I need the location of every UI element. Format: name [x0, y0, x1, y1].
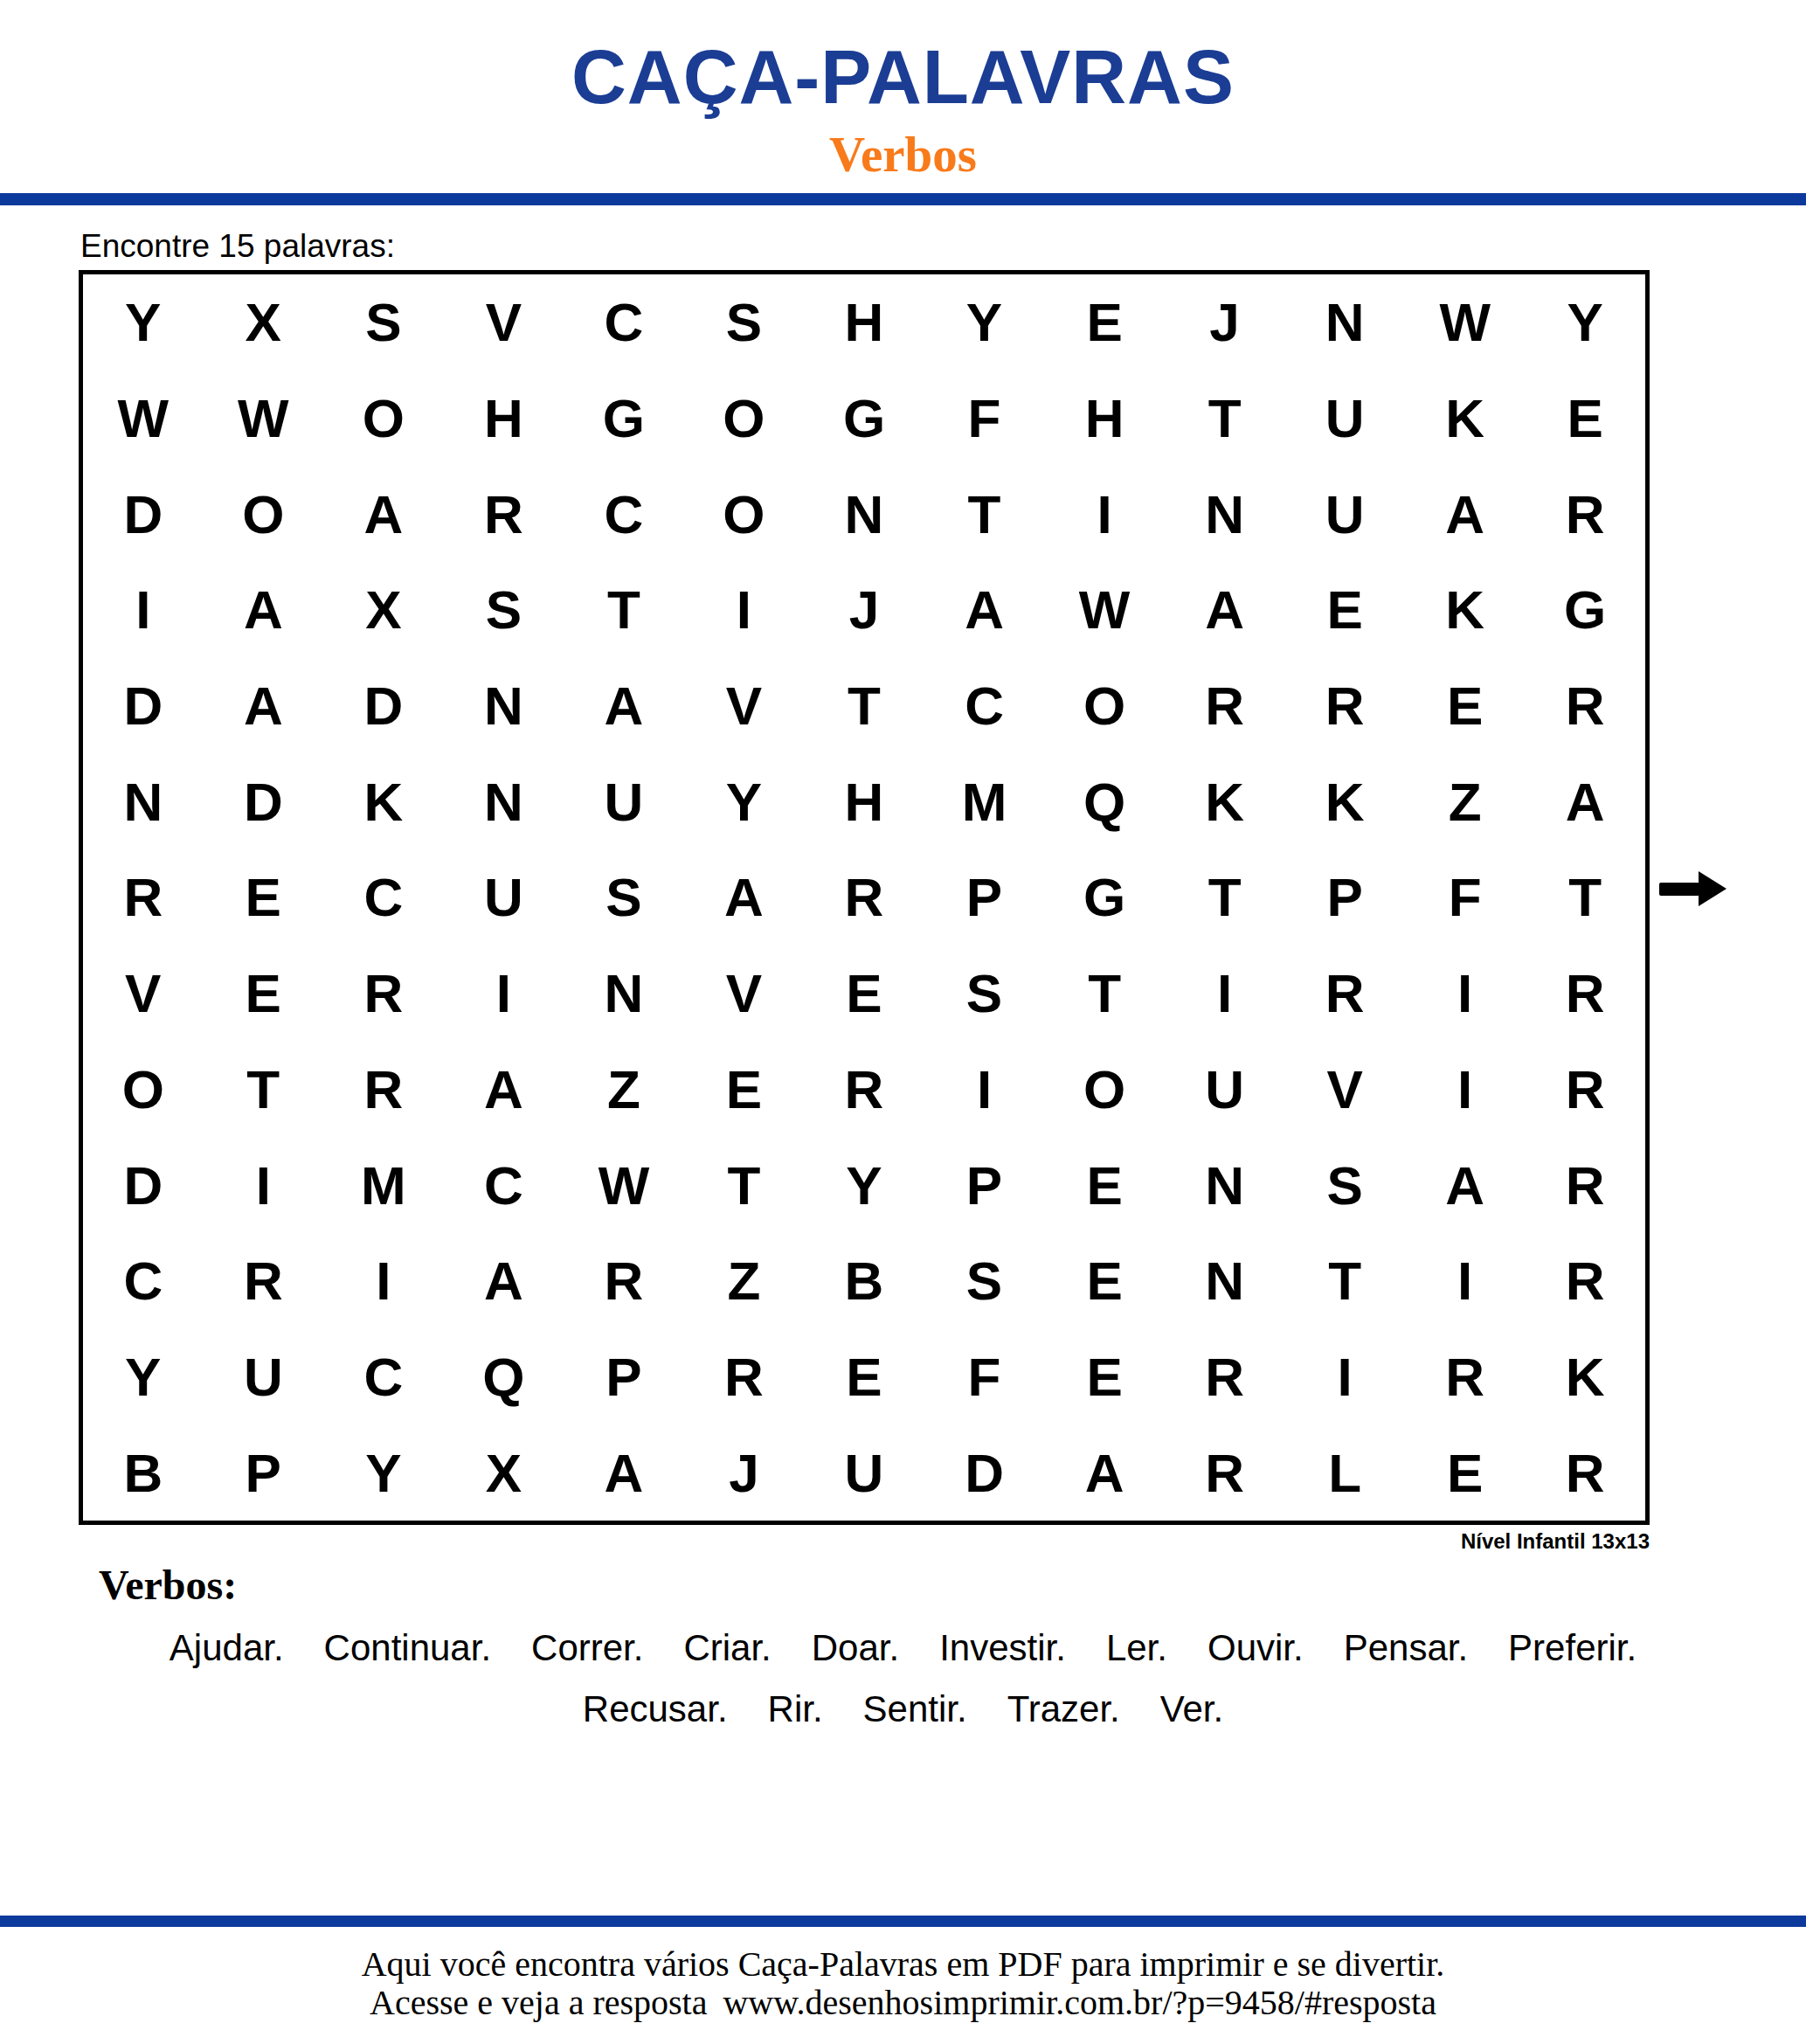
grid-cell-r10c13[interactable]: R — [1525, 1137, 1645, 1233]
grid-cell-r5c10[interactable]: R — [1165, 658, 1285, 754]
grid-cell-r7c12[interactable]: F — [1405, 849, 1526, 946]
grid-cell-r11c10[interactable]: N — [1165, 1233, 1285, 1329]
grid-cell-r1c2[interactable]: X — [204, 274, 324, 371]
grid-cell-r12c6[interactable]: R — [684, 1329, 805, 1425]
grid-cell-r8c7[interactable]: E — [804, 946, 924, 1042]
grid-cell-r6c8[interactable]: M — [924, 753, 1045, 849]
grid-cell-r3c6[interactable]: O — [684, 466, 805, 562]
word-item: Continuar. — [324, 1627, 491, 1669]
grid-cell-r7c1[interactable]: R — [83, 849, 204, 946]
grid-cell-r3c9[interactable]: I — [1044, 466, 1165, 562]
grid-cell-r12c13[interactable]: K — [1525, 1329, 1645, 1425]
grid-cell-r4c12[interactable]: K — [1405, 562, 1526, 658]
grid-cell-r6c2[interactable]: D — [204, 753, 324, 849]
page: CAÇA-PALAVRAS Verbos Encontre 15 palavra… — [0, 0, 1806, 2044]
right-arrow-icon — [1659, 871, 1727, 906]
grid-cell-r12c10[interactable]: R — [1165, 1329, 1285, 1425]
grid-cell-r6c5[interactable]: U — [564, 753, 684, 849]
grid-cell-r2c7[interactable]: G — [804, 371, 924, 467]
page-title: CAÇA-PALAVRAS — [0, 35, 1806, 119]
grid-cell-r9c4[interactable]: A — [444, 1042, 564, 1138]
grid-cell-r8c2[interactable]: E — [204, 946, 324, 1042]
grid-cell-r4c5[interactable]: T — [564, 562, 684, 658]
grid-cell-r9c13[interactable]: R — [1525, 1042, 1645, 1138]
grid-cell-r10c5[interactable]: W — [564, 1137, 684, 1233]
letter-grid: YXSVCSHYEJNWYWWOHGOGFHTUKEDOARCONTINUARI… — [79, 270, 1650, 1525]
grid-cell-r3c2[interactable]: O — [204, 466, 324, 562]
grid-cell-r5c11[interactable]: R — [1284, 658, 1405, 754]
grid-cell-r11c6[interactable]: Z — [684, 1233, 805, 1329]
grid-cell-r4c1[interactable]: I — [83, 562, 204, 658]
grid-cell-r12c12[interactable]: R — [1405, 1329, 1526, 1425]
grid-cell-r10c6[interactable]: T — [684, 1137, 805, 1233]
grid-cell-r8c4[interactable]: I — [444, 946, 564, 1042]
grid-cell-r9c8[interactable]: I — [924, 1042, 1045, 1138]
grid-cell-r8c5[interactable]: N — [564, 946, 684, 1042]
grid-cell-r13c9[interactable]: A — [1044, 1424, 1165, 1521]
footer-acesse-text: Acesse e veja a resposta — [370, 1982, 707, 2023]
word-item: Ajudar. — [170, 1627, 284, 1669]
grid-cell-r11c13[interactable]: R — [1525, 1233, 1645, 1329]
word-item: Pensar. — [1344, 1627, 1468, 1669]
grid-cell-r10c10[interactable]: N — [1165, 1137, 1285, 1233]
grid-cell-r13c10[interactable]: R — [1165, 1424, 1285, 1521]
word-item: Rir. — [768, 1688, 823, 1730]
grid-cell-r4c6[interactable]: I — [684, 562, 805, 658]
word-list-line-1: Ajudar.Continuar.Correr.Criar.Doar.Inves… — [0, 1627, 1806, 1669]
grid-cell-r1c8[interactable]: Y — [924, 274, 1045, 371]
instruction-text: Encontre 15 palavras: — [80, 228, 395, 265]
grid-cell-r4c3[interactable]: X — [323, 562, 444, 658]
word-item: Criar. — [683, 1627, 771, 1669]
page-subtitle: Verbos — [0, 126, 1806, 183]
grid-cell-r10c1[interactable]: D — [83, 1137, 204, 1233]
footer-url[interactable]: www.desenhosimprimir.com.br/?p=9458/#res… — [723, 1982, 1436, 2023]
grid-cell-r3c12[interactable]: A — [1405, 466, 1526, 562]
grid-cell-r10c12[interactable]: A — [1405, 1137, 1526, 1233]
grid-cell-r5c8[interactable]: C — [924, 658, 1045, 754]
grid-cell-r10c11[interactable]: S — [1284, 1137, 1405, 1233]
grid-cell-r6c4[interactable]: N — [444, 753, 564, 849]
grid-cell-r9c5[interactable]: Z — [564, 1042, 684, 1138]
grid-cell-r5c1[interactable]: D — [83, 658, 204, 754]
grid-cell-r13c3[interactable]: Y — [323, 1424, 444, 1521]
grid-cell-r3c7[interactable]: N — [804, 466, 924, 562]
grid-cell-r2c3[interactable]: O — [323, 371, 444, 467]
grid-cell-r9c3[interactable]: R — [323, 1042, 444, 1138]
grid-cell-r1c6[interactable]: S — [684, 274, 805, 371]
grid-cell-r13c11[interactable]: L — [1284, 1424, 1405, 1521]
grid-cell-r2c11[interactable]: U — [1284, 371, 1405, 467]
grid-cell-r4c9[interactable]: W — [1044, 562, 1165, 658]
grid-cell-r6c12[interactable]: Z — [1405, 753, 1526, 849]
grid-cell-r3c4[interactable]: R — [444, 466, 564, 562]
header-divider-bar — [0, 193, 1806, 205]
grid-cell-r11c5[interactable]: R — [564, 1233, 684, 1329]
grid-cell-r13c4[interactable]: X — [444, 1424, 564, 1521]
grid-cell-r10c9[interactable]: E — [1044, 1137, 1165, 1233]
word-item: Recusar. — [583, 1688, 728, 1730]
grid-cell-r2c2[interactable]: W — [204, 371, 324, 467]
word-item: Investir. — [939, 1627, 1066, 1669]
grid-cell-r2c1[interactable]: W — [83, 371, 204, 467]
grid-cell-r13c1[interactable]: B — [83, 1424, 204, 1521]
grid-cell-r1c12[interactable]: W — [1405, 274, 1526, 371]
grid-cell-r3c13[interactable]: R — [1525, 466, 1645, 562]
right-arrow-head — [1699, 871, 1726, 906]
grid-cell-r8c1[interactable]: V — [83, 946, 204, 1042]
grid-cell-r3c8[interactable]: T — [924, 466, 1045, 562]
grid-cell-r1c13[interactable]: Y — [1525, 274, 1645, 371]
grid-cell-r12c3[interactable]: C — [323, 1329, 444, 1425]
grid-cell-r5c12[interactable]: E — [1405, 658, 1526, 754]
grid-cell-r12c8[interactable]: F — [924, 1329, 1045, 1425]
word-item: Sentir. — [863, 1688, 967, 1730]
grid-cell-r1c11[interactable]: N — [1284, 274, 1405, 371]
grid-cell-r2c13[interactable]: E — [1525, 371, 1645, 467]
grid-cell-r9c12[interactable]: I — [1405, 1042, 1526, 1138]
grid-cell-r3c3[interactable]: A — [323, 466, 444, 562]
grid-cell-r11c12[interactable]: I — [1405, 1233, 1526, 1329]
grid-cell-r4c11[interactable]: E — [1284, 562, 1405, 658]
grid-cell-r4c2[interactable]: A — [204, 562, 324, 658]
footer-divider-bar — [0, 1916, 1806, 1927]
grid-cell-r11c11[interactable]: T — [1284, 1233, 1405, 1329]
grid-cell-r1c3[interactable]: S — [323, 274, 444, 371]
grid-cell-r4c8[interactable]: A — [924, 562, 1045, 658]
grid-cell-r2c6[interactable]: O — [684, 371, 805, 467]
grid-cell-r13c5[interactable]: A — [564, 1424, 684, 1521]
grid-cell-r10c2[interactable]: I — [204, 1137, 324, 1233]
grid-cell-r8c12[interactable]: I — [1405, 946, 1526, 1042]
grid-cell-r12c7[interactable]: E — [804, 1329, 924, 1425]
grid-cell-r8c13[interactable]: R — [1525, 946, 1645, 1042]
grid-cell-r5c4[interactable]: N — [444, 658, 564, 754]
grid-cell-r10c7[interactable]: Y — [804, 1137, 924, 1233]
grid-cell-r7c8[interactable]: P — [924, 849, 1045, 946]
grid-cell-r8c11[interactable]: R — [1284, 946, 1405, 1042]
grid-cell-r7c5[interactable]: S — [564, 849, 684, 946]
grid-cell-r7c3[interactable]: C — [323, 849, 444, 946]
grid-cell-r7c2[interactable]: E — [204, 849, 324, 946]
grid-cell-r1c10[interactable]: J — [1165, 274, 1285, 371]
footer-line-1: Aqui você encontra vários Caça-Palavras … — [0, 1944, 1806, 1985]
grid-cell-r1c7[interactable]: H — [804, 274, 924, 371]
grid-cell-r2c9[interactable]: H — [1044, 371, 1165, 467]
word-item: Trazer. — [1007, 1688, 1120, 1730]
word-list-line-2: Recusar.Rir.Sentir.Trazer.Ver. — [0, 1688, 1806, 1730]
grid-cell-r13c7[interactable]: U — [804, 1424, 924, 1521]
grid-cell-r5c5[interactable]: A — [564, 658, 684, 754]
level-label: Nível Infantil 13x13 — [79, 1529, 1650, 1554]
grid-cell-r11c2[interactable]: R — [204, 1233, 324, 1329]
grid-cell-r5c2[interactable]: A — [204, 658, 324, 754]
word-item: Correr. — [531, 1627, 643, 1669]
grid-cell-r12c9[interactable]: E — [1044, 1329, 1165, 1425]
grid-cell-r13c12[interactable]: E — [1405, 1424, 1526, 1521]
grid-cell-r7c7[interactable]: R — [804, 849, 924, 946]
grid-cell-r1c4[interactable]: V — [444, 274, 564, 371]
grid-cell-r7c6[interactable]: A — [684, 849, 805, 946]
grid-cell-r11c1[interactable]: C — [83, 1233, 204, 1329]
grid-cell-r11c3[interactable]: I — [323, 1233, 444, 1329]
grid-cell-r5c13[interactable]: R — [1525, 658, 1645, 754]
grid-cell-r8c6[interactable]: V — [684, 946, 805, 1042]
grid-cell-r6c1[interactable]: N — [83, 753, 204, 849]
grid-cell-r12c11[interactable]: I — [1284, 1329, 1405, 1425]
grid-cell-r11c9[interactable]: E — [1044, 1233, 1165, 1329]
grid-cell-r4c13[interactable]: G — [1525, 562, 1645, 658]
grid-cell-r7c9[interactable]: G — [1044, 849, 1165, 946]
grid-cell-r9c9[interactable]: O — [1044, 1042, 1165, 1138]
grid-cell-r9c11[interactable]: V — [1284, 1042, 1405, 1138]
grid-cell-r5c3[interactable]: D — [323, 658, 444, 754]
word-item: Ouvir. — [1207, 1627, 1304, 1669]
grid-cell-r6c11[interactable]: K — [1284, 753, 1405, 849]
grid-cell-r2c4[interactable]: H — [444, 371, 564, 467]
grid-cell-r12c2[interactable]: U — [204, 1329, 324, 1425]
grid-cell-r6c6[interactable]: Y — [684, 753, 805, 849]
grid-cell-r3c10[interactable]: N — [1165, 466, 1285, 562]
grid-cell-r7c13[interactable]: T — [1525, 849, 1645, 946]
grid-cell-r11c8[interactable]: S — [924, 1233, 1045, 1329]
grid-cell-r5c9[interactable]: O — [1044, 658, 1165, 754]
grid-cell-r2c8[interactable]: F — [924, 371, 1045, 467]
grid-cell-r6c10[interactable]: K — [1165, 753, 1285, 849]
grid-cell-r8c9[interactable]: T — [1044, 946, 1165, 1042]
grid-cell-r4c7[interactable]: J — [804, 562, 924, 658]
grid-cell-r3c11[interactable]: U — [1284, 466, 1405, 562]
grid-cell-r2c10[interactable]: T — [1165, 371, 1285, 467]
grid-cell-r5c7[interactable]: T — [804, 658, 924, 754]
grid-cell-r12c1[interactable]: Y — [83, 1329, 204, 1425]
grid-cell-r6c9[interactable]: Q — [1044, 753, 1165, 849]
grid-cell-r3c1[interactable]: D — [83, 466, 204, 562]
word-item: Ler. — [1106, 1627, 1167, 1669]
word-list-heading: Verbos: — [99, 1561, 237, 1609]
grid-cell-r2c12[interactable]: K — [1405, 371, 1526, 467]
grid-cell-r12c5[interactable]: P — [564, 1329, 684, 1425]
word-item: Ver. — [1160, 1688, 1223, 1730]
grid-cell-r3c5[interactable]: C — [564, 466, 684, 562]
grid-cell-r9c2[interactable]: T — [204, 1042, 324, 1138]
grid-cell-r13c8[interactable]: D — [924, 1424, 1045, 1521]
grid-cell-r11c7[interactable]: B — [804, 1233, 924, 1329]
grid-cell-r1c5[interactable]: C — [564, 274, 684, 371]
grid-cell-r6c3[interactable]: K — [323, 753, 444, 849]
grid-cell-r9c6[interactable]: E — [684, 1042, 805, 1138]
right-arrow-shaft — [1659, 883, 1699, 896]
grid-cell-r8c8[interactable]: S — [924, 946, 1045, 1042]
grid-cell-r9c1[interactable]: O — [83, 1042, 204, 1138]
grid-cell-r13c2[interactable]: P — [204, 1424, 324, 1521]
grid-cell-r4c4[interactable]: S — [444, 562, 564, 658]
grid-cell-r9c10[interactable]: U — [1165, 1042, 1285, 1138]
grid-cell-r7c4[interactable]: U — [444, 849, 564, 946]
grid-cell-r5c6[interactable]: V — [684, 658, 805, 754]
grid-cell-r12c4[interactable]: Q — [444, 1329, 564, 1425]
word-item: Doar. — [812, 1627, 899, 1669]
grid-cell-r10c8[interactable]: P — [924, 1137, 1045, 1233]
grid-cell-r4c10[interactable]: A — [1165, 562, 1285, 658]
grid-cell-r10c3[interactable]: M — [323, 1137, 444, 1233]
grid-cell-r13c6[interactable]: J — [684, 1424, 805, 1521]
grid-cell-r1c1[interactable]: Y — [83, 274, 204, 371]
grid-cell-r7c11[interactable]: P — [1284, 849, 1405, 946]
grid-cell-r8c10[interactable]: I — [1165, 946, 1285, 1042]
grid-cell-r9c7[interactable]: R — [804, 1042, 924, 1138]
grid-cell-r1c9[interactable]: E — [1044, 274, 1165, 371]
grid-cell-r8c3[interactable]: R — [323, 946, 444, 1042]
grid-cell-r13c13[interactable]: R — [1525, 1424, 1645, 1521]
grid-cell-r7c10[interactable]: T — [1165, 849, 1285, 946]
grid-cell-r6c7[interactable]: H — [804, 753, 924, 849]
footer-line-2: Acesse e veja a resposta www.desenhosimp… — [0, 1982, 1806, 2023]
grid-cell-r6c13[interactable]: A — [1525, 753, 1645, 849]
grid-cell-r11c4[interactable]: A — [444, 1233, 564, 1329]
grid-cell-r10c4[interactable]: C — [444, 1137, 564, 1233]
word-item: Preferir. — [1508, 1627, 1636, 1669]
grid-cell-r2c5[interactable]: G — [564, 371, 684, 467]
